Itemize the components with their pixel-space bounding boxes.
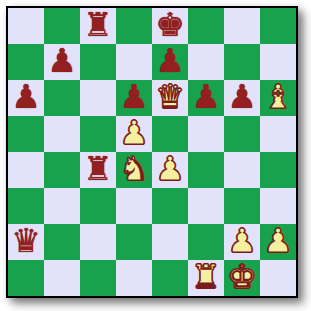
square-d6[interactable]: ♟	[116, 80, 152, 116]
square-b4[interactable]	[44, 152, 80, 188]
black-rook-c8[interactable]: ♜	[83, 7, 113, 43]
square-f4[interactable]	[188, 152, 224, 188]
square-c3[interactable]	[80, 188, 116, 224]
square-a3[interactable]	[8, 188, 44, 224]
white-rook-f1[interactable]: ♜	[191, 259, 221, 295]
black-queen-a2[interactable]: ♛	[11, 223, 41, 259]
square-g4[interactable]	[224, 152, 260, 188]
square-g5[interactable]	[224, 116, 260, 152]
black-rook-c4[interactable]: ♜	[83, 151, 113, 187]
square-f8[interactable]	[188, 8, 224, 44]
square-f5[interactable]	[188, 116, 224, 152]
square-b3[interactable]	[44, 188, 80, 224]
board-frame: ♜♚♟♟♟♟♛♟♟♝♟♜♞♟♛♟♟♜♚	[6, 6, 298, 298]
square-a1[interactable]	[8, 260, 44, 296]
square-a2[interactable]: ♛	[8, 224, 44, 260]
white-bishop-h6[interactable]: ♝	[263, 79, 293, 115]
square-c2[interactable]	[80, 224, 116, 260]
square-g7[interactable]	[224, 44, 260, 80]
black-pawn-a6[interactable]: ♟	[11, 79, 41, 115]
square-d5[interactable]: ♟	[116, 116, 152, 152]
square-h5[interactable]	[260, 116, 296, 152]
square-e8[interactable]: ♚	[152, 8, 188, 44]
square-f3[interactable]	[188, 188, 224, 224]
square-d2[interactable]	[116, 224, 152, 260]
square-d4[interactable]: ♞	[116, 152, 152, 188]
square-e1[interactable]	[152, 260, 188, 296]
square-d3[interactable]	[116, 188, 152, 224]
square-a6[interactable]: ♟	[8, 80, 44, 116]
square-g3[interactable]	[224, 188, 260, 224]
square-f1[interactable]: ♜	[188, 260, 224, 296]
white-pawn-g2[interactable]: ♟	[227, 223, 257, 259]
square-b1[interactable]	[44, 260, 80, 296]
square-e7[interactable]: ♟	[152, 44, 188, 80]
black-pawn-g6[interactable]: ♟	[227, 79, 257, 115]
square-c8[interactable]: ♜	[80, 8, 116, 44]
white-pawn-e4[interactable]: ♟	[155, 151, 185, 187]
white-pawn-d5[interactable]: ♟	[119, 115, 149, 151]
square-e6[interactable]: ♛	[152, 80, 188, 116]
white-pawn-h2[interactable]: ♟	[263, 223, 293, 259]
square-f6[interactable]: ♟	[188, 80, 224, 116]
black-pawn-b7[interactable]: ♟	[47, 43, 77, 79]
black-pawn-f6[interactable]: ♟	[191, 79, 221, 115]
square-e2[interactable]	[152, 224, 188, 260]
square-b8[interactable]	[44, 8, 80, 44]
square-h6[interactable]: ♝	[260, 80, 296, 116]
square-e3[interactable]	[152, 188, 188, 224]
square-c1[interactable]	[80, 260, 116, 296]
square-f2[interactable]	[188, 224, 224, 260]
square-b7[interactable]: ♟	[44, 44, 80, 80]
black-pawn-e7[interactable]: ♟	[155, 43, 185, 79]
square-g6[interactable]: ♟	[224, 80, 260, 116]
square-h1[interactable]	[260, 260, 296, 296]
black-pawn-d6[interactable]: ♟	[119, 79, 149, 115]
square-a4[interactable]	[8, 152, 44, 188]
white-knight-d4[interactable]: ♞	[119, 151, 149, 187]
square-g8[interactable]	[224, 8, 260, 44]
square-e5[interactable]	[152, 116, 188, 152]
square-f7[interactable]	[188, 44, 224, 80]
white-king-g1[interactable]: ♚	[227, 259, 257, 295]
square-a7[interactable]	[8, 44, 44, 80]
square-e4[interactable]: ♟	[152, 152, 188, 188]
square-b6[interactable]	[44, 80, 80, 116]
square-h2[interactable]: ♟	[260, 224, 296, 260]
square-h7[interactable]	[260, 44, 296, 80]
square-h3[interactable]	[260, 188, 296, 224]
square-g2[interactable]: ♟	[224, 224, 260, 260]
white-queen-e6[interactable]: ♛	[155, 79, 185, 115]
square-a5[interactable]	[8, 116, 44, 152]
square-d1[interactable]	[116, 260, 152, 296]
chess-board: ♜♚♟♟♟♟♛♟♟♝♟♜♞♟♛♟♟♜♚	[6, 6, 298, 298]
square-g1[interactable]: ♚	[224, 260, 260, 296]
square-b5[interactable]	[44, 116, 80, 152]
square-h8[interactable]	[260, 8, 296, 44]
square-c5[interactable]	[80, 116, 116, 152]
square-b2[interactable]	[44, 224, 80, 260]
square-c6[interactable]	[80, 80, 116, 116]
square-d8[interactable]	[116, 8, 152, 44]
square-a8[interactable]	[8, 8, 44, 44]
square-d7[interactable]	[116, 44, 152, 80]
square-h4[interactable]	[260, 152, 296, 188]
square-c7[interactable]	[80, 44, 116, 80]
black-king-e8[interactable]: ♚	[155, 7, 185, 43]
square-c4[interactable]: ♜	[80, 152, 116, 188]
